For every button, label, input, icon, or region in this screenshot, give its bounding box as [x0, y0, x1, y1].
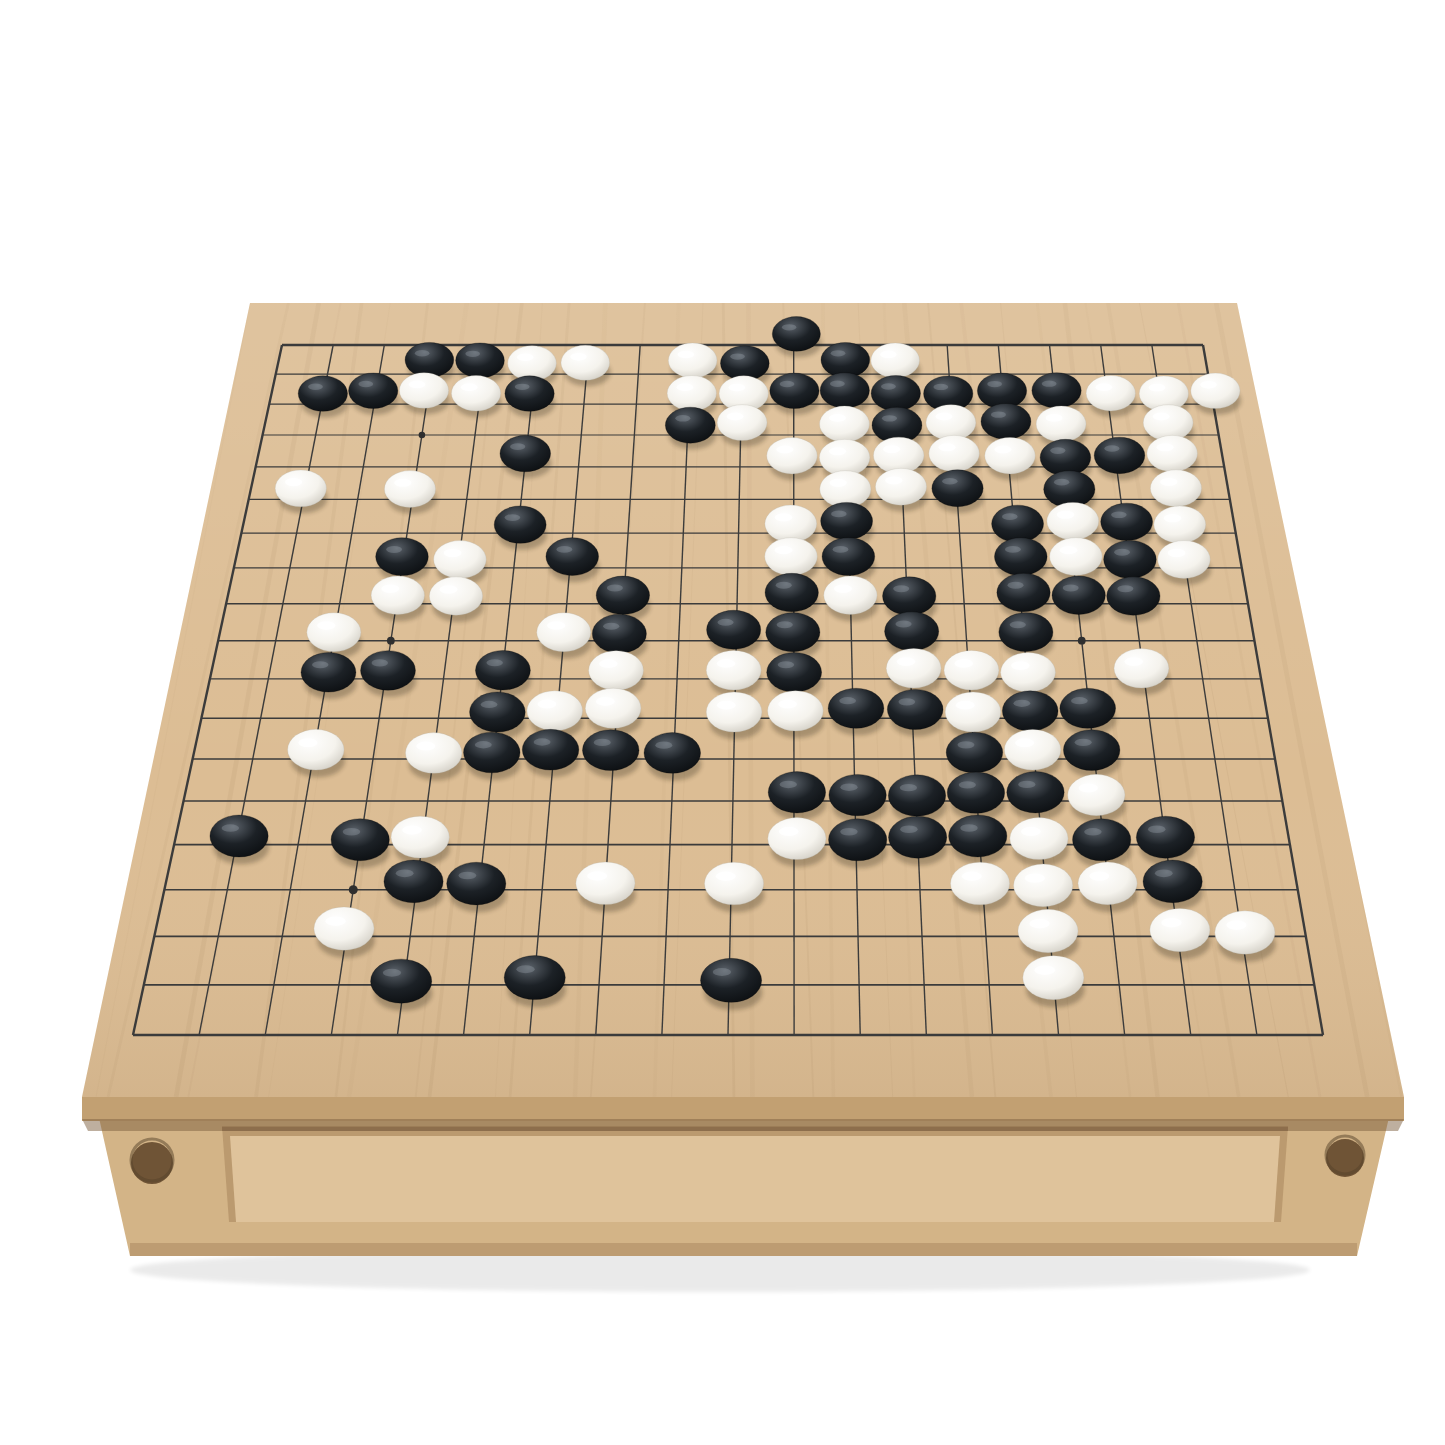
stone-highlight [285, 478, 302, 486]
stone-highlight [1018, 781, 1035, 788]
stone-highlight [1042, 380, 1057, 386]
stone-highlight [1200, 381, 1217, 389]
stone-black [456, 343, 505, 378]
stone-black [999, 613, 1053, 652]
stone-highlight [1079, 783, 1099, 792]
stone-white [875, 468, 926, 505]
stone-white [820, 406, 870, 442]
stone-highlight [716, 872, 736, 881]
stone-highlight [717, 659, 736, 668]
stone-black [992, 505, 1044, 542]
stone-white [819, 439, 870, 475]
stone-highlight [881, 383, 896, 389]
stone-highlight [1029, 919, 1049, 929]
stone-highlight [1156, 443, 1173, 451]
stone-white [985, 437, 1036, 473]
stone-highlight [1008, 582, 1024, 589]
stone-highlight [481, 701, 498, 708]
stone-black [1040, 439, 1091, 475]
stone-white [706, 692, 762, 732]
stone-highlight [510, 443, 525, 450]
stone-highlight [317, 621, 335, 630]
stone-highlight [1153, 413, 1170, 421]
stone-highlight [987, 381, 1002, 387]
stone-highlight [599, 659, 618, 668]
stone-black [828, 688, 884, 728]
stone-highlight [1161, 918, 1181, 928]
stone-highlight [1160, 478, 1177, 486]
stone-highlight [880, 351, 897, 359]
stone-black [887, 689, 943, 729]
stone-white [1078, 862, 1137, 905]
stone-white [1147, 435, 1198, 471]
stone-highlight [839, 697, 856, 704]
stone-white [314, 907, 374, 950]
stone-highlight [1084, 828, 1101, 836]
stone-highlight [461, 383, 478, 391]
stone-highlight [556, 546, 572, 553]
stone-highlight [594, 739, 611, 746]
stone-white [391, 816, 449, 858]
stone-highlight [409, 381, 426, 389]
stone-highlight [465, 351, 480, 357]
stone-highlight [1002, 513, 1018, 520]
stone-highlight [534, 738, 551, 745]
stone-highlight [655, 742, 672, 749]
stone-white [871, 343, 920, 378]
stone-highlight [1050, 447, 1065, 454]
star-point [387, 637, 395, 645]
stone-highlight [1005, 546, 1021, 553]
stone-black [371, 959, 432, 1003]
stone-white [1018, 909, 1078, 952]
stone-black [210, 815, 268, 857]
stone-highlight [833, 546, 849, 553]
stone-white [561, 345, 610, 380]
stone-black [504, 956, 565, 1000]
stone-highlight [459, 872, 477, 880]
stone-highlight [415, 350, 430, 356]
stone-black [546, 538, 599, 576]
stone-black [361, 651, 416, 691]
stone-white [1010, 818, 1068, 860]
stone-black [820, 373, 869, 408]
stone-highlight [222, 824, 239, 832]
stone-white [1191, 373, 1240, 408]
stone-highlight [587, 871, 607, 880]
stone-white [768, 691, 824, 731]
stone-highlight [893, 585, 909, 592]
stone-black [1143, 860, 1202, 903]
go-board-scene [0, 0, 1445, 1445]
stone-white [405, 733, 462, 774]
under-board-shadow [82, 1119, 1404, 1131]
stone-black [770, 373, 819, 408]
star-point [1078, 637, 1086, 645]
stone-highlight [603, 623, 619, 630]
stone-white [950, 862, 1009, 905]
stone-black [331, 819, 389, 861]
stone-black [1032, 373, 1081, 408]
stone-highlight [1164, 514, 1182, 522]
stone-highlight [1089, 871, 1109, 880]
stone-highlight [776, 446, 793, 454]
stone-white [1114, 649, 1169, 689]
stone-black [829, 774, 886, 815]
stone-black [384, 860, 443, 903]
stone-highlight [1075, 739, 1092, 746]
stone-highlight [777, 621, 793, 628]
stone-black [475, 650, 530, 690]
stone-white [451, 376, 500, 411]
stone-black [1063, 730, 1120, 771]
stone-highlight [444, 549, 462, 557]
stone-highlight [942, 478, 957, 485]
stone-white [768, 818, 826, 860]
stone-highlight [1013, 700, 1030, 707]
stone-black [977, 373, 1026, 408]
stone-highlight [1010, 621, 1026, 628]
stone-highlight [1021, 827, 1041, 836]
stone-highlight [935, 413, 952, 421]
stone-black [765, 573, 818, 611]
stone-highlight [883, 445, 900, 453]
stone-black [821, 342, 870, 377]
stone-black [522, 729, 579, 770]
left-finger-hole[interactable] [131, 1142, 173, 1184]
stone-highlight [1060, 546, 1078, 554]
stone-highlight [677, 383, 694, 391]
stone-highlight [895, 620, 911, 627]
stone-highlight [780, 781, 797, 788]
stone-highlight [402, 825, 422, 834]
stone-black [447, 862, 506, 905]
stone-black [494, 506, 546, 543]
stone-white [1014, 864, 1073, 907]
stone-highlight [991, 411, 1006, 417]
stone-black [405, 342, 454, 377]
stone-white [706, 650, 761, 690]
stone-highlight [394, 479, 411, 487]
stone-black [947, 772, 1004, 813]
stone-black [871, 375, 920, 410]
stone-highlight [372, 659, 388, 666]
stone-highlight [1168, 549, 1186, 557]
stone-black [1136, 816, 1194, 858]
stone-highlight [829, 447, 846, 455]
stone-black [349, 373, 398, 408]
stone-highlight [312, 661, 328, 668]
stone-highlight [678, 351, 695, 359]
stone-highlight [778, 700, 797, 709]
stone-highlight [897, 657, 916, 666]
stone-highlight [358, 381, 373, 387]
stone-highlight [515, 384, 530, 390]
stone-white [717, 405, 767, 441]
stone-black [766, 613, 820, 652]
stone-black [1052, 576, 1105, 614]
stone-black [946, 732, 1003, 773]
stone-white [288, 729, 345, 770]
stone-black [582, 730, 639, 771]
stone-highlight [840, 783, 857, 790]
stone-white [508, 346, 557, 381]
stone-black [720, 346, 769, 381]
stone-highlight [938, 443, 955, 451]
stone-black [949, 815, 1007, 857]
go-board-photo [0, 0, 1445, 1445]
stone-black [596, 576, 649, 614]
stone-highlight [831, 350, 846, 356]
stone-highlight [778, 661, 794, 668]
stone-highlight [1148, 825, 1165, 833]
stone-highlight [1155, 869, 1173, 877]
stone-highlight [1057, 511, 1075, 519]
stone-highlight [547, 621, 565, 630]
stone-black [665, 407, 715, 443]
drawer-front[interactable] [230, 1136, 1280, 1222]
stone-highlight [675, 415, 690, 421]
stone-highlight [1111, 511, 1127, 518]
stone-black [376, 538, 429, 576]
stone-highlight [959, 781, 976, 788]
stone-highlight [962, 872, 982, 881]
stone-black [301, 653, 356, 693]
stone-highlight [900, 825, 917, 833]
stone-highlight [1124, 657, 1143, 666]
stone-highlight [416, 742, 435, 751]
stone-black [500, 435, 551, 471]
stone-white [585, 688, 641, 728]
stone-highlight [831, 511, 847, 518]
stone-white [371, 576, 424, 614]
stone-highlight [505, 514, 521, 521]
stone-highlight [728, 384, 745, 392]
board-front-edge [82, 1097, 1404, 1121]
stone-black [707, 610, 761, 649]
stone-highlight [782, 324, 796, 330]
stone-highlight [308, 384, 323, 390]
stone-black [822, 538, 875, 576]
stone-black [1094, 437, 1145, 473]
stone-black [701, 958, 762, 1002]
stone-white [1023, 956, 1084, 1000]
stone-black [932, 470, 983, 507]
stone-black [883, 577, 936, 615]
stone-white [589, 651, 644, 691]
stone-highlight [1025, 873, 1045, 882]
stone-highlight [1071, 697, 1088, 704]
stone-highlight [829, 479, 846, 487]
stone-black [505, 376, 554, 411]
stone-white [1050, 538, 1103, 576]
stone-white [537, 613, 591, 652]
stone-highlight [570, 353, 587, 361]
stone-black [768, 772, 825, 813]
stone-black [1002, 691, 1058, 731]
stone-white [1158, 541, 1211, 579]
stone-white [527, 691, 583, 731]
stone-black [1107, 577, 1160, 615]
stone-white [944, 650, 999, 690]
stone-highlight [475, 741, 492, 748]
stone-white [945, 692, 1001, 732]
stone-black [1060, 688, 1116, 728]
stone-highlight [1149, 384, 1166, 392]
stone-highlight [1034, 965, 1055, 975]
stone-highlight [717, 619, 733, 626]
stone-white [399, 373, 448, 408]
stone-black [997, 573, 1050, 611]
stone-highlight [933, 384, 948, 390]
stone-white [1150, 470, 1201, 507]
stone-black [1044, 471, 1095, 508]
stone-black [1101, 503, 1153, 540]
stone-white [1068, 774, 1125, 815]
stone-white [704, 862, 763, 905]
stone-black [1104, 540, 1157, 578]
stone-highlight [882, 415, 897, 421]
stone-highlight [1011, 661, 1030, 670]
stone-highlight [885, 476, 902, 484]
stone-white [307, 613, 361, 652]
stone-highlight [1063, 584, 1079, 591]
stone-highlight [727, 413, 744, 421]
stone-highlight [1117, 585, 1133, 592]
stone-highlight [1095, 383, 1112, 391]
stone-black [772, 317, 820, 352]
stone-highlight [596, 697, 615, 706]
stone-highlight [829, 414, 846, 422]
stone-black [994, 538, 1047, 576]
stone-highlight [960, 824, 977, 832]
stone-highlight [840, 828, 857, 836]
stone-highlight [439, 585, 457, 593]
stone-highlight [1114, 549, 1130, 556]
stone-black [464, 732, 521, 773]
stone-highlight [958, 741, 975, 748]
stone-white [765, 538, 818, 576]
stone-highlight [834, 585, 852, 593]
stone-white [1150, 908, 1210, 951]
stone-white [767, 438, 818, 474]
stone-highlight [780, 381, 795, 387]
stone-black [298, 376, 347, 411]
stone-white [434, 541, 487, 579]
stone-highlight [1104, 445, 1119, 452]
stone-highlight [900, 784, 917, 791]
stone-highlight [396, 869, 414, 877]
stone-white [1004, 729, 1061, 770]
stone-white [668, 343, 717, 378]
stone-highlight [779, 827, 799, 836]
stone-black [644, 733, 701, 774]
stone-highlight [898, 698, 915, 705]
stone-black [889, 816, 947, 858]
stone-highlight [775, 513, 793, 521]
stone-black [1073, 819, 1131, 861]
stone-highlight [517, 353, 534, 361]
stone-highlight [830, 381, 845, 387]
stone-highlight [298, 738, 317, 747]
stone-highlight [954, 659, 973, 668]
stone-white [667, 376, 716, 411]
stone-white [765, 505, 817, 542]
stone-highlight [1226, 920, 1246, 930]
stone-black [1007, 772, 1064, 813]
stone-white [1215, 911, 1275, 954]
right-finger-hole[interactable] [1326, 1139, 1364, 1177]
stone-white [384, 471, 435, 508]
stone-highlight [537, 700, 556, 709]
stone-highlight [717, 701, 736, 710]
stone-highlight [516, 965, 534, 973]
stone-black [981, 403, 1031, 439]
stone-highlight [713, 968, 731, 976]
star-point [349, 885, 358, 894]
stone-black [821, 502, 873, 539]
stone-highlight [325, 916, 345, 926]
stone-highlight [730, 353, 745, 359]
stone-white [576, 862, 635, 905]
stone-black [885, 612, 939, 651]
stone-black [592, 614, 646, 653]
stone-white [1047, 502, 1099, 539]
stone-white [1036, 406, 1086, 442]
stone-white [275, 470, 326, 507]
stone-white [929, 435, 980, 471]
stone-highlight [343, 828, 360, 836]
star-point [419, 432, 426, 439]
stone-white [824, 576, 877, 614]
stone-black [829, 819, 887, 861]
stone-highlight [776, 582, 792, 589]
stone-white [429, 577, 482, 615]
stone-highlight [1046, 414, 1063, 422]
stone-highlight [775, 546, 793, 554]
stone-highlight [381, 585, 399, 593]
stone-black [767, 653, 822, 693]
stone-white [886, 649, 941, 689]
stone-white [1086, 375, 1135, 410]
stone-highlight [1054, 479, 1069, 486]
stone-highlight [994, 445, 1011, 453]
stone-black [470, 692, 526, 732]
stone-white [1154, 506, 1206, 543]
stone-highlight [607, 585, 623, 592]
stone-highlight [1015, 738, 1034, 747]
stone-white [820, 471, 871, 508]
stone-highlight [956, 701, 975, 710]
stone-black [888, 775, 945, 816]
stone-highlight [383, 969, 401, 977]
stone-highlight [486, 659, 502, 666]
stone-highlight [386, 546, 402, 553]
stone-white [1001, 653, 1056, 693]
apron-bottom-edge [130, 1243, 1357, 1256]
